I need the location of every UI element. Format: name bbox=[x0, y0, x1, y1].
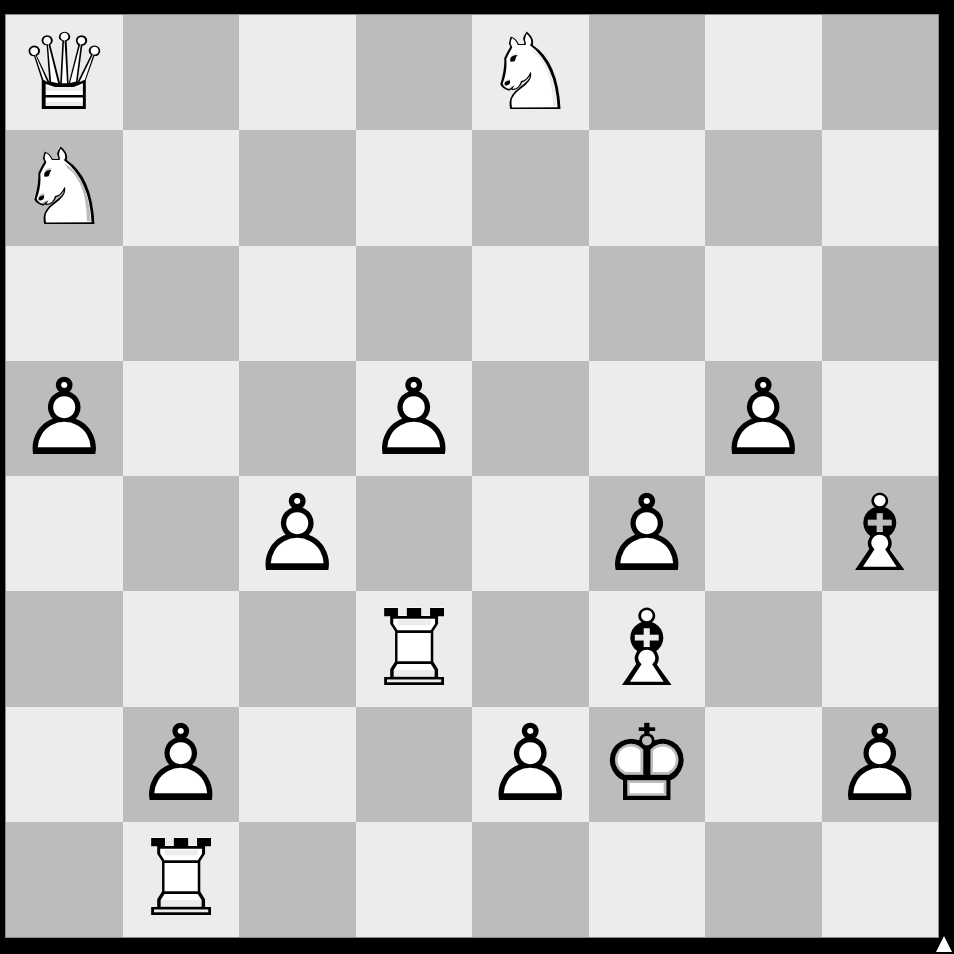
square-a5[interactable]: ♟♙ bbox=[6, 361, 123, 476]
square-g8[interactable] bbox=[705, 15, 822, 130]
square-e6[interactable] bbox=[472, 246, 589, 361]
square-c5[interactable] bbox=[239, 361, 356, 476]
square-e3[interactable] bbox=[472, 591, 589, 706]
square-d7[interactable] bbox=[356, 130, 473, 245]
square-d6[interactable] bbox=[356, 246, 473, 361]
square-a6[interactable] bbox=[6, 246, 123, 361]
square-d1[interactable] bbox=[356, 822, 473, 937]
square-h3[interactable] bbox=[822, 591, 939, 706]
white-rook: ♜♖ bbox=[133, 826, 228, 932]
white-pawn: ♟♙ bbox=[250, 481, 345, 587]
square-g3[interactable] bbox=[705, 591, 822, 706]
square-b6[interactable] bbox=[123, 246, 240, 361]
square-h8[interactable] bbox=[822, 15, 939, 130]
square-f4[interactable]: ♟♙ bbox=[589, 476, 706, 591]
square-d3[interactable]: ♜♖ bbox=[356, 591, 473, 706]
square-e5[interactable] bbox=[472, 361, 589, 476]
chess-board: ♛♕♞♘♞♘♟♙♟♙♟♙♟♙♟♙♝♗♜♖♝♗♟♙♟♙♚♔♟♙♜♖ bbox=[6, 15, 938, 937]
white-bishop: ♝♗ bbox=[832, 481, 927, 587]
square-d8[interactable] bbox=[356, 15, 473, 130]
square-b8[interactable] bbox=[123, 15, 240, 130]
square-b4[interactable] bbox=[123, 476, 240, 591]
white-knight: ♞♘ bbox=[483, 20, 578, 126]
square-e7[interactable] bbox=[472, 130, 589, 245]
white-king: ♚♔ bbox=[599, 711, 694, 817]
square-g5[interactable]: ♟♙ bbox=[705, 361, 822, 476]
square-a1[interactable] bbox=[6, 822, 123, 937]
square-f5[interactable] bbox=[589, 361, 706, 476]
white-pawn: ♟♙ bbox=[832, 711, 927, 817]
square-c6[interactable] bbox=[239, 246, 356, 361]
square-g7[interactable] bbox=[705, 130, 822, 245]
board-border: ♛♕♞♘♞♘♟♙♟♙♟♙♟♙♟♙♝♗♜♖♝♗♟♙♟♙♚♔♟♙♜♖ bbox=[0, 0, 954, 954]
white-pawn: ♟♙ bbox=[17, 365, 112, 471]
square-h1[interactable] bbox=[822, 822, 939, 937]
square-g4[interactable] bbox=[705, 476, 822, 591]
square-b3[interactable] bbox=[123, 591, 240, 706]
white-pawn: ♟♙ bbox=[716, 365, 811, 471]
white-bishop: ♝♗ bbox=[599, 596, 694, 702]
square-f6[interactable] bbox=[589, 246, 706, 361]
square-a7[interactable]: ♞♘ bbox=[6, 130, 123, 245]
white-pawn: ♟♙ bbox=[366, 365, 461, 471]
square-f7[interactable] bbox=[589, 130, 706, 245]
white-pawn: ♟♙ bbox=[599, 481, 694, 587]
square-e2[interactable]: ♟♙ bbox=[472, 707, 589, 822]
square-c8[interactable] bbox=[239, 15, 356, 130]
square-b2[interactable]: ♟♙ bbox=[123, 707, 240, 822]
square-f1[interactable] bbox=[589, 822, 706, 937]
white-pawn: ♟♙ bbox=[483, 711, 578, 817]
square-d5[interactable]: ♟♙ bbox=[356, 361, 473, 476]
white-queen: ♛♕ bbox=[17, 20, 112, 126]
square-e8[interactable]: ♞♘ bbox=[472, 15, 589, 130]
square-c1[interactable] bbox=[239, 822, 356, 937]
square-h5[interactable] bbox=[822, 361, 939, 476]
square-e4[interactable] bbox=[472, 476, 589, 591]
square-c7[interactable] bbox=[239, 130, 356, 245]
square-g1[interactable] bbox=[705, 822, 822, 937]
white-pawn: ♟♙ bbox=[133, 711, 228, 817]
square-b1[interactable]: ♜♖ bbox=[123, 822, 240, 937]
square-f2[interactable]: ♚♔ bbox=[589, 707, 706, 822]
square-b5[interactable] bbox=[123, 361, 240, 476]
square-c2[interactable] bbox=[239, 707, 356, 822]
square-g6[interactable] bbox=[705, 246, 822, 361]
square-d4[interactable] bbox=[356, 476, 473, 591]
square-h2[interactable]: ♟♙ bbox=[822, 707, 939, 822]
white-knight: ♞♘ bbox=[17, 135, 112, 241]
square-d2[interactable] bbox=[356, 707, 473, 822]
square-f3[interactable]: ♝♗ bbox=[589, 591, 706, 706]
white-rook: ♜♖ bbox=[366, 596, 461, 702]
square-c4[interactable]: ♟♙ bbox=[239, 476, 356, 591]
square-a3[interactable] bbox=[6, 591, 123, 706]
square-a2[interactable] bbox=[6, 707, 123, 822]
square-e1[interactable] bbox=[472, 822, 589, 937]
square-f8[interactable] bbox=[589, 15, 706, 130]
square-h7[interactable] bbox=[822, 130, 939, 245]
square-c3[interactable] bbox=[239, 591, 356, 706]
square-h4[interactable]: ♝♗ bbox=[822, 476, 939, 591]
square-g2[interactable] bbox=[705, 707, 822, 822]
white-to-move-indicator-icon bbox=[936, 936, 952, 952]
square-a8[interactable]: ♛♕ bbox=[6, 15, 123, 130]
square-h6[interactable] bbox=[822, 246, 939, 361]
square-b7[interactable] bbox=[123, 130, 240, 245]
square-a4[interactable] bbox=[6, 476, 123, 591]
